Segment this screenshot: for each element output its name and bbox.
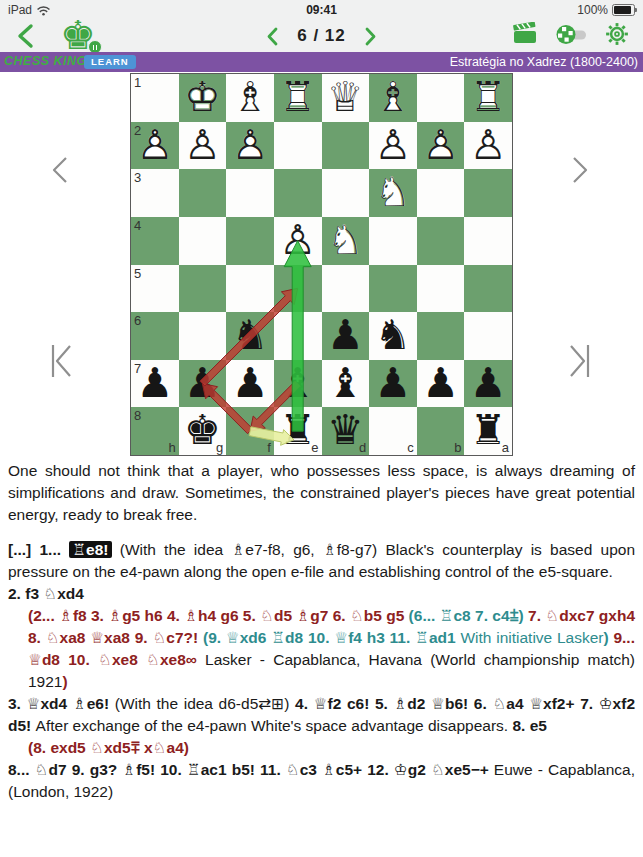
move-text[interactable]: [...] 1... [8, 541, 69, 558]
square-h5[interactable]: 5 [131, 265, 179, 313]
square-h3[interactable]: 3 [131, 169, 179, 217]
move-text[interactable]: 8. e5 [512, 717, 546, 734]
file-label-f: f [267, 440, 271, 455]
square-f5[interactable] [226, 265, 274, 313]
piece-white-bishop-f1[interactable]: ♝♗ [226, 74, 274, 122]
next-diagram-chevron[interactable] [571, 156, 589, 184]
white-rook-outline: ♖ [274, 74, 322, 122]
white-knight-outline: ♘ [369, 169, 417, 217]
black-knight-glyph: ♞ [226, 312, 274, 360]
black-bishop-glyph: ♝ [274, 360, 322, 408]
square-d2[interactable] [322, 122, 370, 170]
battery-percent: 100% [577, 3, 608, 17]
rank-label-3: 3 [134, 170, 141, 185]
move-text[interactable]: (9. ♕xd6 ♖d8 10. ♕f4 h3 11. ♖ad1 [203, 629, 460, 646]
piece-black-pawn-h7[interactable]: ♟ [131, 360, 179, 408]
square-b3[interactable] [417, 169, 465, 217]
annotation-paragraph-1: One should not think that a player, who … [8, 460, 635, 526]
piece-white-king-g1[interactable]: ♚♔ [179, 74, 227, 122]
square-d3[interactable] [322, 169, 370, 217]
square-b6[interactable] [417, 312, 465, 360]
prev-page-chevron[interactable] [266, 27, 279, 46]
square-f3[interactable] [226, 169, 274, 217]
piece-black-pawn-f7[interactable]: ♟ [226, 360, 274, 408]
settings-gear-icon[interactable] [605, 22, 629, 46]
black-rook-glyph: ♜ [274, 407, 322, 455]
piece-white-rook-a1[interactable]: ♜♖ [464, 74, 512, 122]
square-b8[interactable]: b [417, 407, 465, 455]
piece-black-bishop-e7[interactable]: ♝ [274, 360, 322, 408]
move-text[interactable]: 8... ♘d7 9. g3? ♗f5! 10. ♖ac1 b5! 11. ♘c… [8, 761, 494, 778]
white-pawn-outline: ♙ [274, 217, 322, 265]
black-pawn-glyph: ♟ [226, 360, 274, 408]
square-g5[interactable] [179, 265, 227, 313]
annotation-paragraph-2: [...] 1... ♖e8! (With the idea ♗e7-f8, g… [8, 539, 635, 583]
square-a4[interactable] [464, 217, 512, 265]
square-b5[interactable] [417, 265, 465, 313]
annotation-paragraph-7: 8... ♘d7 9. g3? ♗f5! 10. ♖ac1 b5! 11. ♘c… [8, 759, 635, 803]
square-g3[interactable] [179, 169, 227, 217]
black-pawn-glyph: ♟ [464, 360, 512, 408]
square-e5[interactable] [274, 265, 322, 313]
white-pawn-outline: ♙ [417, 122, 465, 170]
move-text[interactable]: (2... ♗f8 3. ♗g5 h6 4. ♗h4 g6 5. ♘d5 ♗g7… [28, 607, 409, 624]
square-f4[interactable] [226, 217, 274, 265]
square-h1[interactable]: 1 [131, 74, 179, 122]
square-c4[interactable] [369, 217, 417, 265]
square-d5[interactable] [322, 265, 370, 313]
piece-white-knight-d4[interactable]: ♞♘ [322, 217, 370, 265]
piece-black-pawn-c7[interactable]: ♟ [369, 360, 417, 408]
square-e2[interactable] [274, 122, 322, 170]
piece-white-pawn-e4[interactable]: ♟♙ [274, 217, 322, 265]
course-title: Estratégia no Xadrez (1800-2400) [450, 55, 638, 69]
black-queen-glyph: ♛ [322, 407, 370, 455]
square-e6[interactable] [274, 312, 322, 360]
piece-black-pawn-g7[interactable]: ♟ [179, 360, 227, 408]
piece-white-pawn-g2[interactable]: ♟♙ [179, 122, 227, 170]
white-pawn-outline: ♙ [464, 122, 512, 170]
piece-white-knight-c3[interactable]: ♞♘ [369, 169, 417, 217]
piece-white-bishop-c1[interactable]: ♝♗ [369, 74, 417, 122]
move-text[interactable]: 2. f3 ♘xd4 [8, 585, 84, 602]
rank-label-1: 1 [134, 75, 141, 90]
black-king-glyph: ♚ [179, 407, 227, 455]
comment-text: After exchange of the e4-pawn White's sp… [36, 717, 513, 734]
piece-white-pawn-c2[interactable]: ♟♙ [369, 122, 417, 170]
next-page-chevron[interactable] [364, 27, 377, 46]
square-f8[interactable]: f [226, 407, 274, 455]
square-a3[interactable] [464, 169, 512, 217]
piece-black-pawn-a7[interactable]: ♟ [464, 360, 512, 408]
annotation-paragraph-6: (8. exd5 ♘xd5⩱ x♘a4) [28, 737, 635, 759]
nav-bar: ♚ 6 / 12 [0, 20, 643, 52]
move-text[interactable]: (8. exd5 ♘xd5⩱ x♘a4) [28, 739, 189, 756]
white-queen-outline: ♕ [322, 74, 370, 122]
comment-text: (With the idea d6-d5⇄⊞) [115, 695, 295, 712]
move-text[interactable]: 3. ♕xd4 ♗e6! [8, 695, 115, 712]
piece-white-queen-d1[interactable]: ♛♕ [322, 74, 370, 122]
move-text[interactable]: ) [62, 673, 67, 690]
white-bishop-outline: ♗ [226, 74, 274, 122]
square-b1[interactable] [417, 74, 465, 122]
comment-text: With initiative Lasker [460, 629, 603, 646]
file-label-h: h [168, 440, 175, 455]
brand-bar: CHESS KING LEARN Estratégia no Xadrez (1… [0, 52, 643, 72]
square-h6[interactable]: 6 [131, 312, 179, 360]
page-indicator: 6 / 12 [297, 26, 346, 46]
square-b4[interactable] [417, 217, 465, 265]
black-pawn-glyph: ♟ [369, 360, 417, 408]
piece-black-bishop-d7[interactable]: ♝ [322, 360, 370, 408]
chess-board: 12345678hgfedcba ♜♖♝♗♛♕♜♖♝♗♚♔♟♙♟♙♟♙♟♙♟♙♟… [130, 73, 513, 456]
square-h8[interactable]: 8h [131, 407, 179, 455]
piece-black-rook-e8[interactable]: ♜ [274, 407, 322, 455]
move-text[interactable]: (6... ♖c8 7. c4⩲) [409, 607, 524, 624]
white-pawn-outline: ♙ [179, 122, 227, 170]
white-pawn-outline: ♙ [226, 122, 274, 170]
file-label-b: b [454, 440, 461, 455]
piece-black-rook-a8[interactable]: ♜ [464, 407, 512, 455]
piece-black-pawn-d6[interactable]: ♟ [322, 312, 370, 360]
piece-black-knight-f6[interactable]: ♞ [226, 312, 274, 360]
rank-label-4: 4 [134, 218, 141, 233]
piece-white-pawn-f2[interactable]: ♟♙ [226, 122, 274, 170]
comment-text: One should not think that a player, who … [8, 462, 635, 523]
piece-white-pawn-h2[interactable]: ♟♙ [131, 122, 179, 170]
practice-toggle-icon[interactable] [555, 23, 589, 46]
annotation-paragraph-4: (2... ♗f8 3. ♗g5 h6 4. ♗h4 g6 5. ♘d5 ♗g7… [28, 605, 635, 693]
piece-white-pawn-a2[interactable]: ♟♙ [464, 122, 512, 170]
white-pawn-outline: ♙ [131, 122, 179, 170]
white-rook-outline: ♖ [464, 74, 512, 122]
square-c5[interactable] [369, 265, 417, 313]
piece-white-rook-e1[interactable]: ♜♖ [274, 74, 322, 122]
video-lessons-icon[interactable] [512, 22, 539, 46]
white-knight-outline: ♘ [322, 217, 370, 265]
black-pawn-glyph: ♟ [417, 360, 465, 408]
square-g4[interactable] [179, 217, 227, 265]
battery-icon [612, 4, 635, 16]
file-label-c: c [407, 440, 414, 455]
white-pawn-outline: ♙ [369, 122, 417, 170]
square-c8[interactable]: c [369, 407, 417, 455]
piece-black-king-g8[interactable]: ♚ [179, 407, 227, 455]
rank-label-8: 8 [134, 408, 141, 423]
rank-label-5: 5 [134, 266, 141, 281]
move-text[interactable]: ♖e8! [69, 541, 111, 558]
last-position-chevron[interactable] [568, 343, 592, 379]
square-g6[interactable] [179, 312, 227, 360]
piece-white-pawn-b2[interactable]: ♟♙ [417, 122, 465, 170]
black-rook-glyph: ♜ [464, 407, 512, 455]
first-position-chevron[interactable] [49, 343, 73, 379]
annotation-paragraph-5: 3. ♕xd4 ♗e6! (With the idea d6-d5⇄⊞) 4. … [8, 693, 635, 737]
white-king-outline: ♔ [179, 74, 227, 122]
brand-title: CHESS KING [4, 54, 87, 68]
white-bishop-outline: ♗ [369, 74, 417, 122]
piece-black-knight-c6[interactable]: ♞ [369, 312, 417, 360]
black-pawn-glyph: ♟ [131, 360, 179, 408]
square-h4[interactable]: 4 [131, 217, 179, 265]
black-knight-glyph: ♞ [369, 312, 417, 360]
black-bishop-glyph: ♝ [322, 360, 370, 408]
annotation-text: One should not think that a player, who … [8, 460, 635, 803]
black-pawn-glyph: ♟ [179, 360, 227, 408]
comment-text: (With the idea ♗e7-f8, g6, ♗f8-g7) [112, 541, 386, 558]
piece-black-queen-d8[interactable]: ♛ [322, 407, 370, 455]
rank-label-6: 6 [134, 313, 141, 328]
learn-badge: LEARN [84, 55, 136, 69]
square-a5[interactable] [464, 265, 512, 313]
square-a6[interactable] [464, 312, 512, 360]
piece-black-pawn-b7[interactable]: ♟ [417, 360, 465, 408]
square-e3[interactable] [274, 169, 322, 217]
annotation-paragraph-3: 2. f3 ♘xd4 [8, 583, 635, 605]
move-text[interactable]: ) [604, 629, 614, 646]
black-pawn-glyph: ♟ [322, 312, 370, 360]
prev-diagram-chevron[interactable] [51, 156, 69, 184]
